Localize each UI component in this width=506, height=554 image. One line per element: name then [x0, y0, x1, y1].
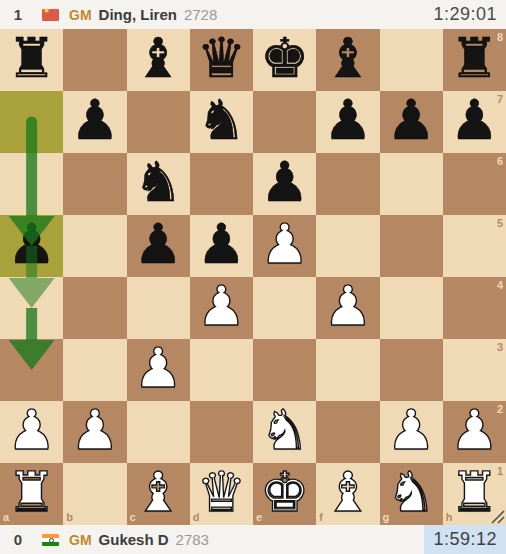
square-c6[interactable]: ♞	[127, 153, 190, 215]
bottom-player-rating: 2783	[176, 531, 209, 548]
square-f2[interactable]	[316, 401, 379, 463]
square-f8[interactable]: ♝	[316, 29, 379, 91]
square-c7[interactable]	[127, 91, 190, 153]
square-d1[interactable]: ♛d	[190, 463, 253, 525]
square-b6[interactable]	[63, 153, 126, 215]
china-flag-icon	[42, 9, 59, 21]
rank-coordinate-1: 1	[497, 466, 503, 477]
square-g8[interactable]	[380, 29, 443, 91]
square-f4[interactable]: ♟	[316, 277, 379, 339]
file-coordinate-b: b	[66, 512, 73, 523]
square-f3[interactable]	[316, 339, 379, 401]
bottom-player-clock: 1:59:12	[424, 525, 506, 554]
square-f6[interactable]	[316, 153, 379, 215]
black-pawn-f7[interactable]: ♟	[323, 93, 372, 148]
square-h7[interactable]: ♟7	[443, 91, 506, 153]
india-flag-icon	[42, 534, 59, 546]
square-h3[interactable]: 3	[443, 339, 506, 401]
broadcast-board: 1 GM Ding, Liren 2728 1:29:01 ♜♝♛♚♝♜8♟♞♟…	[0, 0, 506, 554]
square-b1[interactable]: b	[63, 463, 126, 525]
square-h6[interactable]: 6	[443, 153, 506, 215]
board-resize-handle[interactable]	[488, 507, 506, 525]
square-g3[interactable]	[380, 339, 443, 401]
file-coordinate-e: e	[256, 512, 262, 523]
black-king-e8[interactable]: ♚	[260, 31, 309, 86]
square-g6[interactable]	[380, 153, 443, 215]
white-rook-a1[interactable]: ♜	[7, 465, 56, 520]
file-coordinate-d: d	[193, 512, 200, 523]
top-player-title: GM	[69, 7, 92, 23]
square-h4[interactable]: 4	[443, 277, 506, 339]
black-rook-h8[interactable]: ♜	[450, 31, 499, 86]
file-coordinate-h: h	[446, 512, 453, 523]
white-pawn-f4[interactable]: ♟	[323, 279, 372, 334]
black-bishop-f8[interactable]: ♝	[323, 31, 372, 86]
square-h2[interactable]: ♟2	[443, 401, 506, 463]
square-b3[interactable]	[63, 339, 126, 401]
white-bishop-c1[interactable]: ♝	[133, 465, 182, 520]
black-knight-d7[interactable]: ♞	[197, 93, 246, 148]
top-player-name: Ding, Liren	[99, 6, 177, 23]
square-a5[interactable]: ♟	[0, 215, 63, 277]
square-a4[interactable]	[0, 277, 63, 339]
square-d3[interactable]	[190, 339, 253, 401]
black-queen-d8[interactable]: ♛	[197, 31, 246, 86]
square-b7[interactable]: ♟	[63, 91, 126, 153]
square-a6[interactable]	[0, 153, 63, 215]
chess-board[interactable]: ♜♝♛♚♝♜8♟♞♟♟♟7♞♟6♟♟♟♟5♟♟4♟3♟♟♞♟♟2♜ab♝c♛d♚…	[0, 29, 506, 525]
black-pawn-g7[interactable]: ♟	[386, 93, 435, 148]
square-g1[interactable]: ♞g	[380, 463, 443, 525]
square-e4[interactable]	[253, 277, 316, 339]
square-d8[interactable]: ♛	[190, 29, 253, 91]
square-f1[interactable]: ♝f	[316, 463, 379, 525]
black-knight-c6[interactable]: ♞	[133, 155, 182, 210]
square-g2[interactable]: ♟	[380, 401, 443, 463]
black-pawn-b7[interactable]: ♟	[70, 93, 119, 148]
square-e2[interactable]: ♞	[253, 401, 316, 463]
square-h8[interactable]: ♜8	[443, 29, 506, 91]
square-a7[interactable]	[0, 91, 63, 153]
rank-coordinate-7: 7	[497, 94, 503, 105]
square-d4[interactable]: ♟	[190, 277, 253, 339]
black-bishop-c8[interactable]: ♝	[133, 31, 182, 86]
file-coordinate-c: c	[130, 512, 136, 523]
square-a8[interactable]: ♜	[0, 29, 63, 91]
square-c1[interactable]: ♝c	[127, 463, 190, 525]
black-pawn-a5[interactable]: ♟	[7, 217, 56, 272]
square-g4[interactable]	[380, 277, 443, 339]
square-h5[interactable]: 5	[443, 215, 506, 277]
square-a1[interactable]: ♜a	[0, 463, 63, 525]
white-queen-d1[interactable]: ♛	[197, 465, 246, 520]
square-a2[interactable]: ♟	[0, 401, 63, 463]
square-e8[interactable]: ♚	[253, 29, 316, 91]
square-c3[interactable]: ♟	[127, 339, 190, 401]
black-pawn-e6[interactable]: ♟	[260, 155, 309, 210]
top-player-bar[interactable]: 1 GM Ding, Liren 2728 1:29:01	[0, 0, 506, 29]
white-pawn-a2[interactable]: ♟	[7, 403, 56, 458]
rank-coordinate-3: 3	[497, 342, 503, 353]
rank-coordinate-6: 6	[497, 156, 503, 167]
rank-coordinate-2: 2	[497, 404, 503, 415]
file-coordinate-a: a	[3, 512, 9, 523]
square-c5[interactable]: ♟	[127, 215, 190, 277]
top-player-score: 1	[11, 6, 25, 23]
square-g7[interactable]: ♟	[380, 91, 443, 153]
file-coordinate-f: f	[319, 512, 323, 523]
white-knight-e2[interactable]: ♞	[260, 403, 309, 458]
square-d7[interactable]: ♞	[190, 91, 253, 153]
square-b8[interactable]	[63, 29, 126, 91]
square-e7[interactable]	[253, 91, 316, 153]
square-d5[interactable]: ♟	[190, 215, 253, 277]
square-e5[interactable]: ♟	[253, 215, 316, 277]
square-c2[interactable]	[127, 401, 190, 463]
rank-coordinate-5: 5	[497, 218, 503, 229]
bottom-player-name: Gukesh D	[99, 531, 169, 548]
square-b5[interactable]	[63, 215, 126, 277]
square-e3[interactable]	[253, 339, 316, 401]
black-rook-a8[interactable]: ♜	[7, 31, 56, 86]
white-pawn-c3[interactable]: ♟	[133, 341, 182, 396]
white-pawn-g2[interactable]: ♟	[386, 403, 435, 458]
square-e1[interactable]: ♚e	[253, 463, 316, 525]
square-g5[interactable]	[380, 215, 443, 277]
top-player-rating: 2728	[184, 6, 217, 23]
black-pawn-c5[interactable]: ♟	[133, 217, 182, 272]
square-a3[interactable]	[0, 339, 63, 401]
white-pawn-h2[interactable]: ♟	[450, 403, 499, 458]
white-bishop-f1[interactable]: ♝	[323, 465, 372, 520]
white-pawn-d4[interactable]: ♟	[197, 279, 246, 334]
square-d6[interactable]	[190, 153, 253, 215]
file-coordinate-g: g	[383, 512, 390, 523]
rank-coordinate-4: 4	[497, 280, 503, 291]
square-f5[interactable]	[316, 215, 379, 277]
square-f7[interactable]: ♟	[316, 91, 379, 153]
black-pawn-d5[interactable]: ♟	[197, 217, 246, 272]
square-b2[interactable]: ♟	[63, 401, 126, 463]
square-b4[interactable]	[63, 277, 126, 339]
square-c8[interactable]: ♝	[127, 29, 190, 91]
white-king-e1[interactable]: ♚	[260, 465, 309, 520]
black-pawn-h7[interactable]: ♟	[450, 93, 499, 148]
square-d2[interactable]	[190, 401, 253, 463]
bottom-player-title: GM	[69, 532, 92, 548]
white-knight-g1[interactable]: ♞	[386, 465, 435, 520]
white-pawn-e5[interactable]: ♟	[260, 217, 309, 272]
white-pawn-b2[interactable]: ♟	[70, 403, 119, 458]
bottom-player-score: 0	[11, 531, 25, 548]
rank-coordinate-8: 8	[497, 32, 503, 43]
square-e6[interactable]: ♟	[253, 153, 316, 215]
square-c4[interactable]	[127, 277, 190, 339]
bottom-player-bar[interactable]: 0 GM Gukesh D 2783 1:59:12	[0, 525, 506, 554]
